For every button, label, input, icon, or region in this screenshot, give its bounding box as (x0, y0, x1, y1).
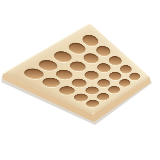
board-hole[interactable] (84, 98, 102, 108)
product-photo-stage (0, 0, 160, 160)
